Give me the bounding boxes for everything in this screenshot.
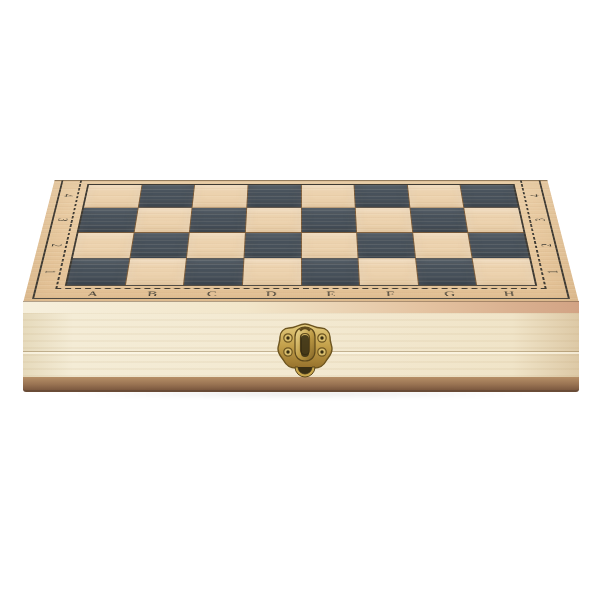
square-e1: [301, 258, 359, 285]
square-e2: [301, 233, 357, 258]
square-g3: [410, 208, 467, 232]
square-c4: [193, 185, 248, 208]
file-label-h: H: [478, 287, 540, 300]
square-c2: [187, 233, 245, 258]
square-h2: [469, 233, 529, 258]
square-d4: [247, 185, 300, 208]
square-f4: [355, 185, 410, 208]
square-d2: [244, 233, 300, 258]
board-top: 4321 4321 ABCDEFGH: [23, 180, 579, 303]
file-label-b: B: [121, 287, 182, 300]
square-h4: [461, 185, 518, 208]
square-d1: [243, 258, 301, 285]
file-labels: ABCDEFGH: [62, 287, 541, 300]
square-a1: [67, 258, 129, 285]
brass-clasp: [276, 320, 334, 378]
product-photo: 4321 4321 ABCDEFGH: [0, 0, 600, 600]
board-surface: 4321 4321 ABCDEFGH: [23, 180, 579, 303]
square-b2: [130, 233, 189, 258]
file-label-e: E: [301, 287, 361, 300]
square-f3: [356, 208, 412, 232]
square-f1: [359, 258, 418, 285]
square-e3: [301, 208, 356, 232]
square-c3: [190, 208, 246, 232]
file-label-g: G: [419, 287, 480, 300]
square-g1: [416, 258, 477, 285]
square-b3: [134, 208, 191, 232]
ground-shadow: [60, 390, 540, 398]
square-g4: [408, 185, 464, 208]
square-g2: [413, 233, 472, 258]
file-label-d: D: [241, 287, 301, 300]
square-c1: [184, 258, 243, 285]
square-a2: [73, 233, 133, 258]
hasp-slot: [301, 335, 309, 357]
square-e4: [301, 185, 354, 208]
square-h3: [465, 208, 524, 232]
file-label-c: C: [181, 287, 242, 300]
square-b1: [126, 258, 187, 285]
file-label-f: F: [360, 287, 421, 300]
square-h1: [473, 258, 535, 285]
square-f2: [357, 233, 415, 258]
board-squares: [65, 184, 537, 286]
file-label-a: A: [62, 287, 124, 300]
square-b4: [138, 185, 194, 208]
square-d3: [246, 208, 301, 232]
square-a4: [84, 185, 141, 208]
square-a3: [79, 208, 138, 232]
